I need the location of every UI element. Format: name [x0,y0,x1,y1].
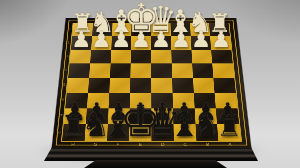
square-b4[interactable] [192,64,214,78]
piece-black-rook[interactable]: ♜ [61,112,87,141]
square-e3[interactable] [131,50,151,64]
piece-white-pawn[interactable]: ♟ [131,27,151,49]
square-b3[interactable] [191,50,212,64]
square-d4[interactable] [151,64,172,78]
square-b5[interactable] [193,78,215,93]
square-f4[interactable] [110,64,131,78]
square-e4[interactable] [130,64,151,78]
piece-white-pawn[interactable]: ♟ [71,27,91,49]
scene: HGFEDCBA 12345678 ♜♞♝♛♚♝♞♜♟♟♟♟♟♟♟♟♟♟♟♟♟♟… [0,0,300,168]
square-c4[interactable] [172,64,193,78]
square-a4[interactable] [212,64,234,78]
piece-white-pawn[interactable]: ♟ [111,27,131,49]
square-h5[interactable] [67,78,89,93]
square-e5[interactable] [130,78,151,93]
square-h3[interactable] [70,50,91,64]
square-a3[interactable] [211,50,232,64]
piece-white-pawn[interactable]: ♟ [91,27,111,49]
square-d3[interactable] [151,50,171,64]
square-d5[interactable] [151,78,172,93]
piece-white-pawn[interactable]: ♟ [151,27,171,49]
square-h4[interactable] [68,64,90,78]
piece-white-pawn[interactable]: ♟ [211,27,231,49]
piece-white-pawn[interactable]: ♟ [171,27,191,49]
square-c3[interactable] [171,50,192,64]
square-g4[interactable] [89,64,110,78]
square-g5[interactable] [88,78,110,93]
square-a5[interactable] [213,78,235,93]
square-f3[interactable] [110,50,131,64]
square-c5[interactable] [172,78,194,93]
square-g3[interactable] [90,50,111,64]
piece-white-pawn[interactable]: ♟ [191,27,211,49]
square-f5[interactable] [109,78,130,93]
